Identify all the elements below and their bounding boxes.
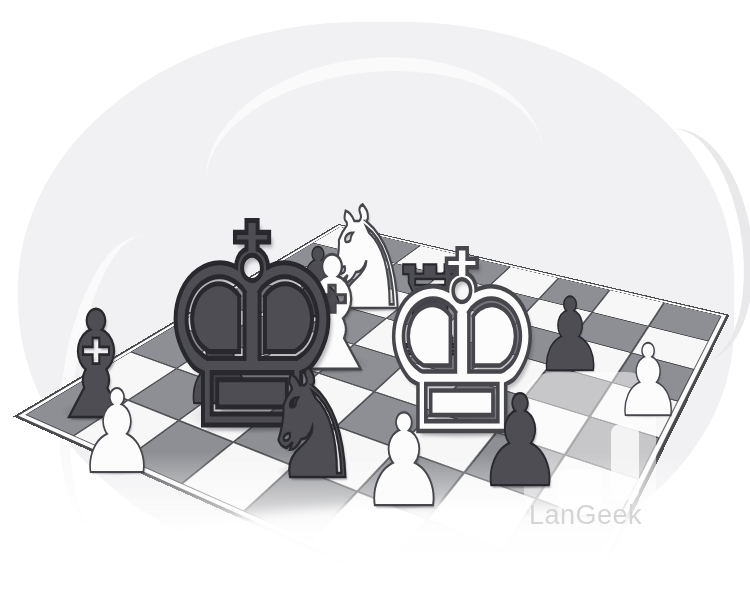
piece-white-pawn: ♟ xyxy=(360,398,449,525)
pieces-layer: ♝♟♟♚♟♞♝♜♚♞♟♟♟♟ xyxy=(0,0,750,600)
illustration-stage: LanGeek ♝♟♟♚♟♞♝♜♚♞♟♟♟♟ xyxy=(0,0,750,600)
piece-black-knight: ♞ xyxy=(260,350,365,500)
piece-black-pawn: ♟ xyxy=(476,379,564,505)
piece-white-pawn: ♟ xyxy=(77,375,157,490)
piece-white-pawn: ♟ xyxy=(613,331,682,430)
